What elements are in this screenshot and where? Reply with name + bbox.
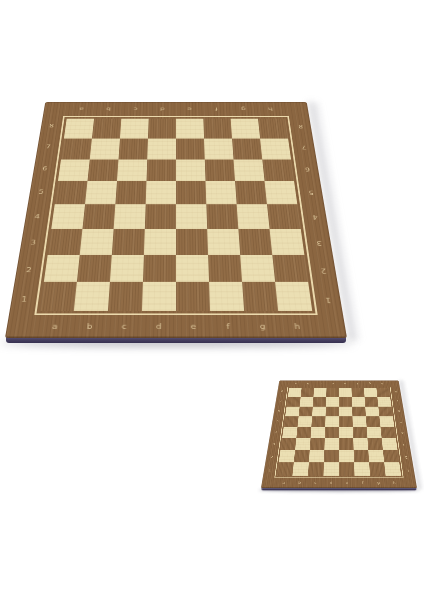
square-f2 — [208, 255, 242, 282]
square-a4 — [282, 427, 297, 438]
square-a8 — [64, 119, 94, 139]
square-g7 — [232, 138, 262, 159]
square-a1 — [277, 462, 294, 475]
square-h3 — [270, 229, 305, 255]
file-label-g: g — [230, 102, 258, 116]
square-e8 — [176, 119, 204, 139]
square-f4 — [206, 204, 238, 228]
square-g6 — [365, 406, 379, 416]
square-a4 — [51, 204, 85, 228]
file-label-c: c — [307, 478, 323, 488]
square-f4 — [353, 427, 368, 438]
squares-grid — [40, 119, 312, 311]
square-d8 — [148, 119, 176, 139]
square-g5 — [366, 416, 381, 427]
square-e4 — [176, 204, 207, 228]
rank-label-1: 1 — [313, 285, 343, 315]
rank-label-3: 3 — [305, 230, 333, 257]
thumbnail-chessboard: abcdefgh 87654321 87654321 abcdefgh — [261, 320, 417, 488]
file-label-f: f — [203, 102, 231, 116]
file-label-e: e — [176, 315, 211, 338]
square-g4 — [367, 427, 382, 438]
rank-label-8: 8 — [390, 387, 401, 396]
square-h4 — [380, 427, 395, 438]
file-label-f: f — [355, 478, 371, 488]
product-photo-page: { "game": "chess", "position": "8/8/8/8/… — [0, 0, 424, 600]
square-a2 — [279, 450, 295, 462]
square-b3 — [295, 438, 310, 450]
square-d7 — [326, 397, 339, 406]
square-c1 — [308, 462, 324, 475]
file-label-d: d — [323, 478, 339, 488]
square-e7 — [176, 138, 205, 159]
square-h5 — [379, 416, 394, 427]
rank-label-2: 2 — [309, 256, 338, 284]
file-label-e: e — [176, 102, 203, 116]
square-b4 — [82, 204, 115, 228]
square-a3 — [280, 438, 296, 450]
file-label-a: a — [36, 315, 73, 338]
square-e4 — [339, 427, 353, 438]
square-f3 — [353, 438, 368, 450]
square-d6 — [326, 406, 339, 416]
square-h2 — [383, 450, 399, 462]
square-b5 — [85, 181, 117, 204]
square-c7 — [119, 138, 148, 159]
square-f5 — [352, 416, 366, 427]
rank-label-6: 6 — [295, 158, 320, 181]
square-c7 — [313, 397, 326, 406]
square-h8 — [376, 388, 390, 397]
square-a3 — [48, 229, 83, 255]
square-b7 — [300, 397, 314, 406]
square-f6 — [352, 406, 366, 416]
rank-label-5: 5 — [395, 416, 407, 427]
file-label-d: d — [141, 315, 176, 338]
file-label-b: b — [94, 102, 122, 116]
file-label-b: b — [71, 315, 108, 338]
square-d2 — [324, 450, 339, 462]
square-a1 — [40, 282, 77, 311]
square-e2 — [176, 255, 209, 282]
square-c8 — [313, 388, 326, 397]
square-g5 — [235, 181, 267, 204]
square-f8 — [351, 388, 364, 397]
square-d1 — [142, 282, 176, 311]
rank-label-2: 2 — [400, 451, 413, 464]
rank-label-3: 3 — [398, 439, 411, 451]
square-b8 — [92, 119, 121, 139]
square-f8 — [203, 119, 232, 139]
playing-area — [274, 387, 403, 478]
rank-label-1: 1 — [402, 464, 416, 478]
square-g7 — [365, 397, 379, 406]
file-label-b: b — [291, 478, 308, 488]
square-a6 — [285, 406, 300, 416]
rank-label-4: 4 — [302, 204, 329, 229]
square-f2 — [354, 450, 370, 462]
square-g1 — [242, 282, 278, 311]
rank-label-4: 4 — [396, 427, 408, 439]
square-b1 — [292, 462, 308, 475]
file-label-g: g — [370, 478, 387, 488]
square-g3 — [238, 229, 272, 255]
rank-label-7: 7 — [292, 136, 316, 157]
square-c6 — [117, 159, 147, 181]
square-a7 — [61, 138, 92, 159]
rank-label-5: 5 — [298, 180, 324, 204]
file-label-e: e — [339, 478, 355, 488]
square-d4 — [145, 204, 176, 228]
square-c2 — [309, 450, 325, 462]
square-a7 — [287, 397, 301, 406]
square-d4 — [325, 427, 339, 438]
board-surface: abcdefgh 87654321 87654321 abcdefgh — [261, 380, 417, 488]
square-b1 — [74, 282, 110, 311]
square-c3 — [112, 229, 145, 255]
square-e2 — [339, 450, 354, 462]
square-a6 — [58, 159, 90, 181]
square-f6 — [205, 159, 235, 181]
main-chessboard: abcdefgh 87654321 87654321 abcdefgh — [5, 0, 347, 338]
square-b2 — [294, 450, 310, 462]
square-e8 — [339, 388, 352, 397]
rank-label-6: 6 — [393, 406, 404, 416]
square-d2 — [143, 255, 176, 282]
square-a5 — [284, 416, 299, 427]
square-e5 — [176, 181, 206, 204]
square-a2 — [44, 255, 80, 282]
board-surface: abcdefgh 87654321 87654321 abcdefgh — [5, 102, 347, 338]
square-h5 — [265, 181, 298, 204]
square-f7 — [352, 397, 365, 406]
square-d3 — [324, 438, 339, 450]
square-e6 — [176, 159, 206, 181]
file-labels-top: abcdefgh — [67, 102, 285, 116]
square-h8 — [258, 119, 288, 139]
square-e6 — [339, 406, 352, 416]
file-label-a: a — [275, 478, 292, 488]
square-d5 — [325, 416, 339, 427]
file-label-c: c — [106, 315, 142, 338]
file-label-a: a — [67, 102, 96, 116]
square-b3 — [80, 229, 114, 255]
square-g3 — [367, 438, 382, 450]
square-e3 — [176, 229, 208, 255]
square-g8 — [364, 388, 377, 397]
square-e3 — [339, 438, 354, 450]
square-e1 — [176, 282, 210, 311]
square-h6 — [262, 159, 294, 181]
square-d7 — [147, 138, 176, 159]
file-labels-bottom: abcdefgh — [275, 478, 403, 488]
square-d6 — [146, 159, 176, 181]
square-f3 — [207, 229, 240, 255]
square-e7 — [339, 397, 352, 406]
rank-label-7: 7 — [392, 396, 403, 406]
square-c2 — [110, 255, 144, 282]
square-c5 — [311, 416, 325, 427]
square-h3 — [382, 438, 398, 450]
square-d5 — [146, 181, 176, 204]
square-f5 — [206, 181, 237, 204]
square-d3 — [144, 229, 176, 255]
square-b6 — [299, 406, 313, 416]
square-e1 — [339, 462, 355, 475]
square-g6 — [233, 159, 264, 181]
file-label-h: h — [386, 478, 403, 488]
square-h4 — [267, 204, 301, 228]
square-h1 — [275, 282, 312, 311]
square-d8 — [326, 388, 339, 397]
rank-label-8: 8 — [289, 116, 313, 136]
square-g8 — [231, 119, 260, 139]
file-label-d: d — [149, 102, 176, 116]
square-h7 — [260, 138, 291, 159]
square-h2 — [272, 255, 308, 282]
file-label-c: c — [122, 102, 150, 116]
playing-area — [34, 116, 317, 315]
square-h7 — [377, 397, 391, 406]
square-b2 — [77, 255, 112, 282]
file-label-f: f — [210, 315, 246, 338]
square-c1 — [108, 282, 143, 311]
square-f1 — [354, 462, 370, 475]
square-a8 — [288, 388, 302, 397]
square-c4 — [311, 427, 326, 438]
square-h1 — [384, 462, 401, 475]
square-f7 — [204, 138, 233, 159]
square-b6 — [87, 159, 118, 181]
square-a5 — [55, 181, 88, 204]
square-d1 — [323, 462, 339, 475]
square-g1 — [369, 462, 385, 475]
square-f1 — [209, 282, 244, 311]
square-b7 — [90, 138, 120, 159]
square-h6 — [378, 406, 393, 416]
square-c5 — [115, 181, 146, 204]
square-g2 — [368, 450, 384, 462]
square-b8 — [301, 388, 314, 397]
square-g4 — [237, 204, 270, 228]
file-label-h: h — [256, 102, 285, 116]
square-c8 — [120, 119, 149, 139]
square-b5 — [297, 416, 312, 427]
square-c6 — [312, 406, 326, 416]
square-c3 — [310, 438, 325, 450]
square-c4 — [114, 204, 146, 228]
square-g2 — [240, 255, 275, 282]
square-e5 — [339, 416, 353, 427]
squares-grid — [277, 388, 401, 476]
square-b4 — [296, 427, 311, 438]
